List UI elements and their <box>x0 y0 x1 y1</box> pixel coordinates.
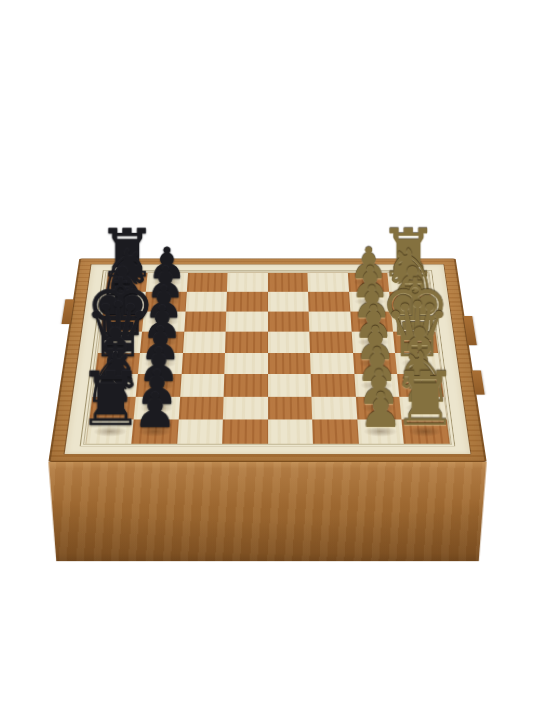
drawer-handle-right-lower <box>471 370 484 394</box>
piece-brass-queen: ♛ <box>395 352 440 374</box>
pawn-glyph: ♟ <box>147 241 186 285</box>
piece-black-king: ♚ <box>97 331 142 352</box>
piece-brass-king: ♚ <box>392 331 437 352</box>
piece-brass-bishop: ♝ <box>391 311 435 331</box>
piece-black-pawn: ♟ <box>135 374 180 396</box>
piece-black-pawn: ♟ <box>145 272 187 291</box>
piece-brass-knight: ♞ <box>399 396 446 419</box>
chess-box: ♜♟♟♜♞♟♟♞♝♟♟♝♚♟♟♚♛♟♟♛♝♟♟♝♞♟♟♞♜♟♟♜ <box>48 258 486 462</box>
piece-brass-pawn: ♟ <box>351 331 395 352</box>
drawer-handle-left <box>61 299 74 323</box>
piece-black-pawn: ♟ <box>143 291 185 311</box>
piece-brass-pawn: ♟ <box>347 272 389 291</box>
pawn-glyph: ♟ <box>141 299 182 345</box>
piece-black-pawn: ♟ <box>140 331 184 352</box>
piece-brass-pawn: ♟ <box>348 291 390 311</box>
piece-black-pawn: ♟ <box>133 396 179 419</box>
product-photo-canvas: ♜♟♟♜♞♟♟♞♝♟♟♝♚♟♟♚♛♟♟♛♝♟♟♝♞♟♟♞♜♟♟♜ <box>0 0 540 720</box>
pawn-glyph: ♟ <box>355 341 397 388</box>
piece-black-pawn: ♟ <box>142 311 185 331</box>
piece-brass-pawn: ♟ <box>352 352 397 374</box>
piece-brass-rook: ♜ <box>401 419 449 443</box>
pawn-glyph: ♟ <box>352 299 393 345</box>
piece-black-bishop: ♝ <box>100 311 144 331</box>
piece-black-pawn: ♟ <box>131 419 178 443</box>
piece-black-rook: ♜ <box>85 419 133 443</box>
piece-brass-bishop: ♝ <box>397 374 443 396</box>
piece-brass-knight: ♞ <box>389 291 432 311</box>
piece-black-rook: ♜ <box>105 272 147 291</box>
piece-brass-pawn: ♟ <box>356 419 403 443</box>
piece-black-queen: ♛ <box>94 352 139 374</box>
piece-black-knight: ♞ <box>102 291 145 311</box>
box-top-face: ♜♟♟♜♞♟♟♞♝♟♟♝♚♟♟♚♛♟♟♛♝♟♟♝♞♟♟♞♜♟♟♜ <box>48 258 486 462</box>
piece-brass-pawn: ♟ <box>349 311 392 331</box>
piece-black-bishop: ♝ <box>91 374 137 396</box>
drawer-handle-right-upper <box>463 316 476 345</box>
pawn-glyph: ♟ <box>137 341 179 388</box>
pieces-layer: ♜♟♟♜♞♟♟♞♝♟♟♝♚♟♟♚♛♟♟♛♝♟♟♝♞♟♟♞♜♟♟♜ <box>85 272 448 443</box>
piece-black-pawn: ♟ <box>137 352 182 374</box>
piece-brass-pawn: ♟ <box>355 396 401 419</box>
piece-brass-pawn: ♟ <box>353 374 398 396</box>
box-front-face <box>48 461 486 561</box>
piece-brass-rook: ♜ <box>387 272 429 291</box>
piece-black-knight: ♞ <box>88 396 135 419</box>
pawn-glyph: ♟ <box>348 241 387 285</box>
